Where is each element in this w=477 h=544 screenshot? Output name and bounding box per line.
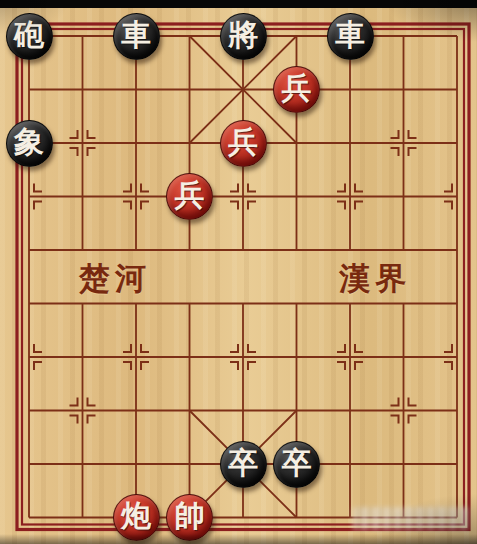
piece-red-general[interactable]: 帥 xyxy=(166,494,213,541)
piece-glyph: 卒 xyxy=(228,443,258,484)
piece-red-soldier[interactable]: 兵 xyxy=(220,120,267,167)
piece-glyph: 帥 xyxy=(175,496,205,537)
piece-glyph: 兵 xyxy=(175,175,205,216)
piece-glyph: 砲 xyxy=(14,15,44,56)
piece-black-soldier[interactable]: 卒 xyxy=(273,441,320,488)
xiangqi-app-screen: 楚河 漢界 砲車將車兵象兵兵卒卒炮帥 xyxy=(0,0,477,544)
piece-glyph: 車 xyxy=(335,15,365,56)
piece-glyph: 炮 xyxy=(121,496,151,537)
piece-glyph: 象 xyxy=(14,122,44,163)
piece-red-soldier[interactable]: 兵 xyxy=(273,66,320,113)
xiangqi-board: 砲車將車兵象兵兵卒卒炮帥 xyxy=(2,9,477,544)
piece-black-general[interactable]: 將 xyxy=(220,13,267,60)
piece-black-chariot[interactable]: 車 xyxy=(113,13,160,60)
piece-glyph: 車 xyxy=(121,15,151,56)
piece-black-cannon[interactable]: 砲 xyxy=(6,13,53,60)
piece-glyph: 兵 xyxy=(282,68,312,109)
piece-black-soldier[interactable]: 卒 xyxy=(220,441,267,488)
piece-black-elephant[interactable]: 象 xyxy=(6,120,53,167)
piece-red-cannon[interactable]: 炮 xyxy=(113,494,160,541)
piece-glyph: 卒 xyxy=(282,443,312,484)
piece-glyph: 將 xyxy=(228,15,258,56)
piece-black-chariot[interactable]: 車 xyxy=(327,13,374,60)
piece-red-soldier[interactable]: 兵 xyxy=(166,173,213,220)
blurred-watermark xyxy=(353,507,470,530)
piece-glyph: 兵 xyxy=(228,122,258,163)
